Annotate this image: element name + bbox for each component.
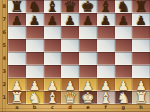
square-b5[interactable] <box>26 39 44 52</box>
white-rook[interactable]: ♜ <box>134 91 147 106</box>
square-b4[interactable] <box>26 52 44 65</box>
white-bishop[interactable]: ♝ <box>46 91 59 106</box>
black-pawn[interactable]: ♟ <box>65 15 76 28</box>
square-c6[interactable] <box>44 26 62 39</box>
square-b6[interactable] <box>26 26 44 39</box>
square-d5[interactable] <box>61 39 79 52</box>
square-d8[interactable]: ♛ <box>61 0 79 13</box>
rank-label-3: 3 <box>0 65 7 78</box>
black-pawn[interactable]: ♟ <box>118 15 129 28</box>
square-a1[interactable]: ♜ <box>8 91 26 104</box>
square-c5[interactable] <box>44 39 62 52</box>
square-b8[interactable]: ♞ <box>26 0 44 13</box>
square-f3[interactable] <box>97 65 115 78</box>
chess-board[interactable]: ♜♞♝♛♚♝♞♜♟♟♟♟♟♟♟♟♟♟♟♟♟♟♟♟♜♞♝♛♚♝♞♜ <box>8 0 150 104</box>
square-e6[interactable] <box>79 26 97 39</box>
rank-label-4: 4 <box>0 52 7 65</box>
square-f8[interactable]: ♝ <box>97 0 115 13</box>
square-d1[interactable]: ♛ <box>61 91 79 104</box>
square-d3[interactable] <box>61 65 79 78</box>
rank-label-2: 2 <box>0 78 7 91</box>
rank-label-5: 5 <box>0 39 7 52</box>
white-knight[interactable]: ♞ <box>117 91 130 106</box>
white-rook[interactable]: ♜ <box>10 91 23 106</box>
black-pawn[interactable]: ♟ <box>82 15 93 28</box>
square-f1[interactable]: ♝ <box>97 91 115 104</box>
black-pawn[interactable]: ♟ <box>47 15 58 28</box>
square-g6[interactable] <box>115 26 133 39</box>
square-f6[interactable] <box>97 26 115 39</box>
square-c8[interactable]: ♝ <box>44 0 62 13</box>
square-e4[interactable] <box>79 52 97 65</box>
rank-labels: 87654321 <box>0 0 7 104</box>
square-a3[interactable] <box>8 65 26 78</box>
square-h4[interactable] <box>132 52 150 65</box>
rank-label-6: 6 <box>0 26 7 39</box>
rank-label-7: 7 <box>0 13 7 26</box>
square-g3[interactable] <box>115 65 133 78</box>
square-f5[interactable] <box>97 39 115 52</box>
square-h3[interactable] <box>132 65 150 78</box>
square-g5[interactable] <box>115 39 133 52</box>
square-f4[interactable] <box>97 52 115 65</box>
square-g4[interactable] <box>115 52 133 65</box>
square-d4[interactable] <box>61 52 79 65</box>
black-pawn[interactable]: ♟ <box>29 15 40 28</box>
square-b1[interactable]: ♞ <box>26 91 44 104</box>
square-c3[interactable] <box>44 65 62 78</box>
rank-label-8: 8 <box>0 0 7 13</box>
square-c4[interactable] <box>44 52 62 65</box>
white-queen[interactable]: ♛ <box>63 91 76 106</box>
rank-label-1: 1 <box>0 91 7 104</box>
white-bishop[interactable]: ♝ <box>99 91 112 106</box>
square-g1[interactable]: ♞ <box>115 91 133 104</box>
black-pawn[interactable]: ♟ <box>136 15 147 28</box>
square-c1[interactable]: ♝ <box>44 91 62 104</box>
square-b3[interactable] <box>26 65 44 78</box>
black-pawn[interactable]: ♟ <box>100 15 111 28</box>
square-a5[interactable] <box>8 39 26 52</box>
square-e8[interactable]: ♚ <box>79 0 97 13</box>
square-a4[interactable] <box>8 52 26 65</box>
square-h5[interactable] <box>132 39 150 52</box>
black-pawn[interactable]: ♟ <box>11 15 22 28</box>
square-h1[interactable]: ♜ <box>132 91 150 104</box>
square-e5[interactable] <box>79 39 97 52</box>
square-a8[interactable]: ♜ <box>8 0 26 13</box>
square-h6[interactable] <box>132 26 150 39</box>
square-a6[interactable] <box>8 26 26 39</box>
chess-app-window: 87654321 ♜♞♝♛♚♝♞♜♟♟♟♟♟♟♟♟♟♟♟♟♟♟♟♟♜♞♝♛♚♝♞… <box>0 0 150 112</box>
square-h8[interactable]: ♜ <box>132 0 150 13</box>
white-knight[interactable]: ♞ <box>28 91 41 106</box>
square-d6[interactable] <box>61 26 79 39</box>
square-e1[interactable]: ♚ <box>79 91 97 104</box>
square-e3[interactable] <box>79 65 97 78</box>
white-king[interactable]: ♚ <box>81 91 94 106</box>
square-g8[interactable]: ♞ <box>115 0 133 13</box>
